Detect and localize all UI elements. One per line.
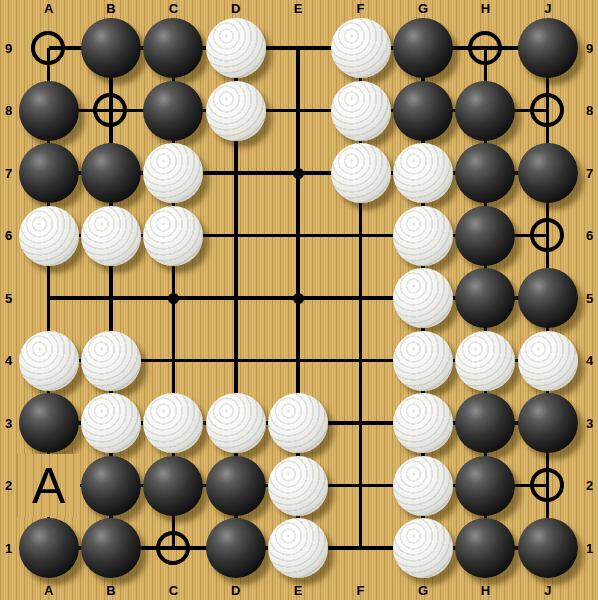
black-stone-B9: ●: [81, 18, 141, 78]
white-stone-F7: ○: [331, 143, 391, 203]
black-stone-G9: ●: [393, 18, 453, 78]
intersection-B4[interactable]: ○: [80, 329, 142, 392]
white-stone-D9: ○: [206, 18, 266, 78]
intersection-A9[interactable]: [17, 17, 79, 80]
intersection-E5[interactable]: [267, 267, 329, 330]
coord-label-top-D: D: [205, 0, 267, 17]
intersection-C1[interactable]: [142, 517, 204, 580]
coord-label-top-A: A: [17, 0, 79, 17]
coord-label-bottom-C: C: [142, 582, 204, 599]
point-label-A2: A: [17, 454, 79, 517]
coord-label-bottom-B: B: [80, 582, 142, 599]
coord-label-right-6: 6: [581, 204, 598, 267]
white-stone-B4: ○: [81, 331, 141, 391]
black-stone-H2: ●: [455, 456, 515, 516]
intersection-F4[interactable]: [329, 329, 391, 392]
white-stone-F8: ○: [331, 81, 391, 141]
intersection-B8[interactable]: [80, 79, 142, 142]
white-stone-H4: ○: [455, 331, 515, 391]
black-stone-J1: ●: [518, 518, 578, 578]
black-stone-H7: ●: [455, 143, 515, 203]
white-stone-C3: ○: [143, 393, 203, 453]
black-stone-G8: ●: [393, 81, 453, 141]
intersection-J4[interactable]: ○: [517, 329, 579, 392]
star-point-C5: [168, 293, 179, 304]
black-stone-J9: ●: [518, 18, 578, 78]
black-stone-H3: ●: [455, 393, 515, 453]
star-point-E7: [293, 168, 304, 179]
black-stone-C9: ●: [143, 18, 203, 78]
intersection-H7[interactable]: ●: [454, 142, 516, 205]
coord-label-left-1: 1: [0, 517, 17, 580]
black-stone-H8: ●: [455, 81, 515, 141]
intersection-F5[interactable]: [329, 267, 391, 330]
coord-label-top-C: C: [142, 0, 204, 17]
intersection-C3[interactable]: ○: [142, 392, 204, 455]
intersection-D5[interactable]: [205, 267, 267, 330]
coord-label-right-4: 4: [581, 329, 598, 392]
coord-label-bottom-H: H: [454, 582, 516, 599]
grid-line-vertical: [296, 48, 300, 79]
circle-marker-J2: [530, 468, 564, 502]
intersection-H9[interactable]: [454, 17, 516, 80]
coord-label-top-B: B: [80, 0, 142, 17]
white-stone-E3: ○: [268, 393, 328, 453]
grid-line-vertical: [296, 329, 300, 392]
black-stone-B7: ●: [81, 143, 141, 203]
coord-label-bottom-J: J: [517, 582, 579, 599]
intersection-C4[interactable]: [142, 329, 204, 392]
intersection-G7[interactable]: ○: [392, 142, 454, 205]
white-stone-B3: ○: [81, 393, 141, 453]
black-stone-J7: ●: [518, 143, 578, 203]
intersection-J9[interactable]: ●: [517, 17, 579, 80]
coord-label-bottom-F: F: [329, 582, 391, 599]
black-stone-H1: ●: [455, 518, 515, 578]
intersection-C2[interactable]: ●: [142, 454, 204, 517]
intersection-H3[interactable]: ●: [454, 392, 516, 455]
coord-label-left-7: 7: [0, 142, 17, 205]
intersection-F9[interactable]: ○: [329, 17, 391, 80]
white-stone-G6: ○: [393, 206, 453, 266]
grid-line-vertical: [359, 267, 363, 330]
intersection-A3[interactable]: ●: [17, 392, 79, 455]
intersection-D8[interactable]: ○: [205, 79, 267, 142]
coord-label-right-3: 3: [581, 392, 598, 455]
go-board: ●●○○●●●●○○●●●●○○○●●○○○○●○●●○○○○○●○○○○○●●…: [0, 0, 598, 600]
white-stone-G3: ○: [393, 393, 453, 453]
circle-marker-J8: [530, 93, 564, 127]
intersection-A2[interactable]: A: [17, 454, 79, 517]
black-stone-A7: ●: [19, 143, 79, 203]
intersection-B2[interactable]: ●: [80, 454, 142, 517]
grid-line-vertical: [234, 142, 238, 205]
intersection-D3[interactable]: ○: [205, 392, 267, 455]
white-stone-G1: ○: [393, 518, 453, 578]
intersection-E2[interactable]: ○: [267, 454, 329, 517]
white-stone-G4: ○: [393, 331, 453, 391]
black-stone-A3: ●: [19, 393, 79, 453]
intersection-F2[interactable]: [329, 454, 391, 517]
intersection-C9[interactable]: ●: [142, 17, 204, 80]
intersection-G1[interactable]: ○: [392, 517, 454, 580]
circle-marker-B8: [93, 93, 127, 127]
white-stone-F9: ○: [331, 18, 391, 78]
intersection-D6[interactable]: [205, 204, 267, 267]
intersection-J8[interactable]: [517, 79, 579, 142]
grid-line-vertical: [359, 454, 363, 517]
white-stone-D3: ○: [206, 393, 266, 453]
intersection-H5[interactable]: ●: [454, 267, 516, 330]
white-stone-A4: ○: [19, 331, 79, 391]
go-board-grid: ●●○○●●●●○○●●●●○○○●●○○○○●○●●○○○○○●○○○○○●●…: [17, 17, 579, 580]
black-stone-D1: ●: [206, 518, 266, 578]
intersection-B7[interactable]: ●: [80, 142, 142, 205]
circle-marker-H9: [468, 31, 502, 65]
intersection-F6[interactable]: [329, 204, 391, 267]
intersection-J1[interactable]: ●: [517, 517, 579, 580]
coord-label-top-J: J: [517, 0, 579, 17]
intersection-H1[interactable]: ●: [454, 517, 516, 580]
intersection-E7[interactable]: [267, 142, 329, 205]
circle-marker-J6: [530, 218, 564, 252]
coord-label-bottom-E: E: [267, 582, 329, 599]
intersection-E3[interactable]: ○: [267, 392, 329, 455]
intersection-B1[interactable]: ●: [80, 517, 142, 580]
intersection-C8[interactable]: ●: [142, 79, 204, 142]
intersection-J3[interactable]: ●: [517, 392, 579, 455]
grid-line-vertical: [47, 267, 51, 330]
intersection-B3[interactable]: ○: [80, 392, 142, 455]
intersection-E4[interactable]: [267, 329, 329, 392]
circle-marker-C1: [156, 531, 190, 565]
intersection-A7[interactable]: ●: [17, 142, 79, 205]
white-stone-G5: ○: [393, 268, 453, 328]
white-stone-G2: ○: [393, 456, 453, 516]
coord-label-top-E: E: [267, 0, 329, 17]
intersection-D1[interactable]: ●: [205, 517, 267, 580]
intersection-F1[interactable]: [329, 517, 391, 580]
intersection-H2[interactable]: ●: [454, 454, 516, 517]
white-stone-J4: ○: [518, 331, 578, 391]
intersection-G2[interactable]: ○: [392, 454, 454, 517]
coord-label-left-8: 8: [0, 79, 17, 142]
coord-label-left-3: 3: [0, 392, 17, 455]
intersection-C6[interactable]: ○: [142, 204, 204, 267]
intersection-J5[interactable]: ●: [517, 267, 579, 330]
black-stone-D2: ●: [206, 456, 266, 516]
grid-line-vertical: [296, 204, 300, 267]
black-stone-J5: ●: [518, 268, 578, 328]
coord-label-bottom-A: A: [17, 582, 79, 599]
black-stone-A8: ●: [19, 81, 79, 141]
circle-marker-A9: [31, 31, 65, 65]
black-stone-H6: ●: [455, 206, 515, 266]
intersection-C7[interactable]: ○: [142, 142, 204, 205]
intersection-E1[interactable]: ○: [267, 517, 329, 580]
intersection-A4[interactable]: ○: [17, 329, 79, 392]
grid-line-vertical: [359, 329, 363, 392]
coord-label-left-2: 2: [0, 454, 17, 517]
black-stone-C8: ●: [143, 81, 203, 141]
intersection-D4[interactable]: [205, 329, 267, 392]
white-stone-A6: ○: [19, 206, 79, 266]
intersection-H6[interactable]: ●: [454, 204, 516, 267]
intersection-H4[interactable]: ○: [454, 329, 516, 392]
coord-label-left-6: 6: [0, 204, 17, 267]
coord-label-right-9: 9: [581, 17, 598, 80]
intersection-A5[interactable]: [17, 267, 79, 330]
black-stone-A1: ●: [19, 518, 79, 578]
intersection-H8[interactable]: ●: [454, 79, 516, 142]
intersection-E9[interactable]: [267, 17, 329, 80]
grid-line-vertical: [234, 204, 238, 267]
intersection-G6[interactable]: ○: [392, 204, 454, 267]
star-point-E5: [293, 293, 304, 304]
intersection-A1[interactable]: ●: [17, 517, 79, 580]
coord-label-right-2: 2: [581, 454, 598, 517]
intersection-G9[interactable]: ●: [392, 17, 454, 80]
intersection-G5[interactable]: ○: [392, 267, 454, 330]
coord-label-right-8: 8: [581, 79, 598, 142]
black-stone-B1: ●: [81, 518, 141, 578]
black-stone-J3: ●: [518, 393, 578, 453]
coord-label-bottom-D: D: [205, 582, 267, 599]
intersection-B9[interactable]: ●: [80, 17, 142, 80]
coord-label-bottom-G: G: [392, 582, 454, 599]
intersection-F7[interactable]: ○: [329, 142, 391, 205]
intersection-F3[interactable]: [329, 392, 391, 455]
black-stone-H5: ●: [455, 268, 515, 328]
white-stone-E2: ○: [268, 456, 328, 516]
intersection-B5[interactable]: [80, 267, 142, 330]
grid-line-vertical: [234, 329, 238, 392]
grid-line-vertical: [109, 267, 113, 330]
white-stone-C6: ○: [143, 206, 203, 266]
intersection-D9[interactable]: ○: [205, 17, 267, 80]
intersection-A8[interactable]: ●: [17, 79, 79, 142]
grid-line-vertical: [172, 329, 176, 392]
intersection-J6[interactable]: [517, 204, 579, 267]
grid-line-vertical: [296, 79, 300, 142]
grid-line-horizontal: [49, 296, 80, 300]
coord-label-left-5: 5: [0, 267, 17, 330]
intersection-G4[interactable]: ○: [392, 329, 454, 392]
intersection-J7[interactable]: ●: [517, 142, 579, 205]
grid-line-vertical: [359, 517, 363, 548]
coord-label-right-1: 1: [581, 517, 598, 580]
intersection-C5[interactable]: [142, 267, 204, 330]
white-stone-E1: ○: [268, 518, 328, 578]
white-stone-C7: ○: [143, 143, 203, 203]
white-stone-B6: ○: [81, 206, 141, 266]
white-stone-D8: ○: [206, 81, 266, 141]
intersection-J2[interactable]: [517, 454, 579, 517]
black-stone-C2: ●: [143, 456, 203, 516]
coord-label-left-4: 4: [0, 329, 17, 392]
intersection-B6[interactable]: ○: [80, 204, 142, 267]
coord-label-left-9: 9: [0, 17, 17, 80]
grid-line-vertical: [359, 204, 363, 267]
black-stone-B2: ●: [81, 456, 141, 516]
coord-label-top-H: H: [454, 0, 516, 17]
intersection-D2[interactable]: ●: [205, 454, 267, 517]
white-stone-G7: ○: [393, 143, 453, 203]
coord-label-top-G: G: [392, 0, 454, 17]
intersection-D7[interactable]: [205, 142, 267, 205]
intersection-G8[interactable]: ●: [392, 79, 454, 142]
intersection-E6[interactable]: [267, 204, 329, 267]
coord-label-right-7: 7: [581, 142, 598, 205]
coord-label-right-5: 5: [581, 267, 598, 330]
intersection-E8[interactable]: [267, 79, 329, 142]
grid-line-vertical: [359, 392, 363, 455]
intersection-G3[interactable]: ○: [392, 392, 454, 455]
intersection-A6[interactable]: ○: [17, 204, 79, 267]
grid-line-vertical: [234, 267, 238, 330]
intersection-F8[interactable]: ○: [329, 79, 391, 142]
coord-label-top-F: F: [329, 0, 391, 17]
